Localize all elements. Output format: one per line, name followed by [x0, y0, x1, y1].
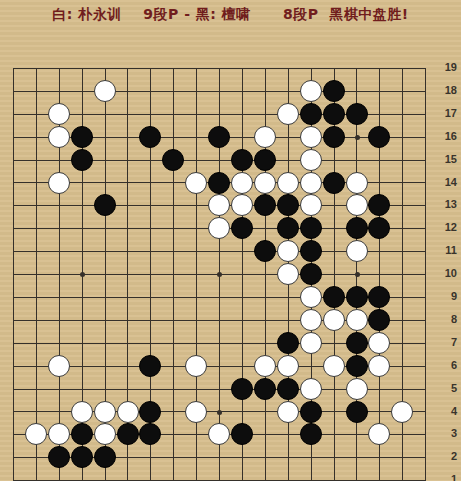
- white-stone: [277, 401, 299, 423]
- black-stone: [94, 194, 116, 216]
- white-stone: [48, 355, 70, 377]
- row-label-13: 13: [433, 198, 457, 210]
- white-stone: [25, 423, 47, 445]
- black-stone: [254, 240, 276, 262]
- white-stone: [277, 103, 299, 125]
- black-stone: [323, 172, 345, 194]
- row-label-12: 12: [433, 221, 457, 233]
- star-point: [217, 410, 222, 415]
- white-stone: [346, 194, 368, 216]
- white-stone: [391, 401, 413, 423]
- black-stone: [117, 423, 139, 445]
- white-stone: [346, 240, 368, 262]
- black-stone: [162, 149, 184, 171]
- row-label-7: 7: [433, 336, 457, 348]
- white-stone: [254, 355, 276, 377]
- white-stone: [300, 378, 322, 400]
- row-label-11: 11: [433, 244, 457, 256]
- white-stone: [300, 309, 322, 331]
- star-point: [355, 272, 360, 277]
- black-stone: [346, 401, 368, 423]
- row-label-18: 18: [433, 84, 457, 96]
- row-label-9: 9: [433, 290, 457, 302]
- black-stone: [323, 286, 345, 308]
- row-label-3: 3: [433, 427, 457, 439]
- black-stone: [139, 126, 161, 148]
- black-stone: [300, 401, 322, 423]
- black-stone: [346, 103, 368, 125]
- black-stone: [254, 194, 276, 216]
- row-label-17: 17: [433, 107, 457, 119]
- white-stone: [254, 172, 276, 194]
- white-stone: [300, 194, 322, 216]
- white-stone: [277, 240, 299, 262]
- white-stone: [208, 423, 230, 445]
- black-stone: [139, 423, 161, 445]
- black-stone: [323, 80, 345, 102]
- black-stone: [300, 103, 322, 125]
- black-stone: [71, 126, 93, 148]
- row-label-19: 19: [433, 61, 457, 73]
- white-stone: [277, 172, 299, 194]
- black-stone: [139, 355, 161, 377]
- black-stone: [300, 423, 322, 445]
- black-stone: [254, 378, 276, 400]
- game-info-header: 白: 朴永训 9段P - 黑: 檀啸 8段P 黑棋中盘胜!: [0, 0, 461, 30]
- go-board[interactable]: ABCDEFGHIJKLMNOPQRS 19181716151413121110…: [0, 30, 461, 481]
- white-stone: [323, 355, 345, 377]
- white-stone: [300, 126, 322, 148]
- black-stone: [277, 194, 299, 216]
- white-stone: [323, 309, 345, 331]
- black-stone: [323, 103, 345, 125]
- white-stone: [185, 401, 207, 423]
- black-stone: [368, 126, 390, 148]
- black-stone: [208, 172, 230, 194]
- row-label-5: 5: [433, 382, 457, 394]
- star-point: [80, 272, 85, 277]
- black-stone: [71, 149, 93, 171]
- black-stone: [346, 332, 368, 354]
- black-stone: [277, 217, 299, 239]
- game-info-text: 白: 朴永训 9段P - 黑: 檀啸 8段P 黑棋中盘胜!: [52, 6, 408, 24]
- white-stone: [185, 355, 207, 377]
- white-stone: [368, 355, 390, 377]
- black-stone: [368, 286, 390, 308]
- go-game-viewer: 白: 朴永训 9段P - 黑: 檀啸 8段P 黑棋中盘胜! ABCDEFGHIJ…: [0, 0, 461, 481]
- white-stone: [300, 149, 322, 171]
- row-label-16: 16: [433, 130, 457, 142]
- white-stone: [346, 172, 368, 194]
- white-stone: [300, 286, 322, 308]
- black-stone: [208, 126, 230, 148]
- white-stone: [300, 172, 322, 194]
- white-stone: [346, 309, 368, 331]
- white-stone: [300, 332, 322, 354]
- row-label-2: 2: [433, 450, 457, 462]
- white-stone: [185, 172, 207, 194]
- black-stone: [368, 309, 390, 331]
- white-stone: [94, 423, 116, 445]
- row-label-15: 15: [433, 153, 457, 165]
- white-stone: [94, 80, 116, 102]
- row-label-6: 6: [433, 359, 457, 371]
- black-stone: [368, 194, 390, 216]
- black-stone: [231, 149, 253, 171]
- white-stone: [254, 126, 276, 148]
- black-stone: [300, 217, 322, 239]
- star-point: [355, 135, 360, 140]
- black-stone: [231, 423, 253, 445]
- white-stone: [208, 194, 230, 216]
- white-stone: [231, 172, 253, 194]
- black-stone: [254, 149, 276, 171]
- black-stone: [368, 217, 390, 239]
- black-stone: [346, 217, 368, 239]
- star-point: [217, 272, 222, 277]
- white-stone: [71, 401, 93, 423]
- row-label-4: 4: [433, 405, 457, 417]
- white-stone: [48, 172, 70, 194]
- white-stone: [277, 355, 299, 377]
- black-stone: [323, 126, 345, 148]
- white-stone: [48, 423, 70, 445]
- black-stone: [94, 446, 116, 468]
- white-stone: [117, 401, 139, 423]
- row-label-10: 10: [433, 267, 457, 279]
- black-stone: [277, 332, 299, 354]
- black-stone: [346, 286, 368, 308]
- white-stone: [208, 217, 230, 239]
- black-stone: [71, 446, 93, 468]
- white-stone: [368, 332, 390, 354]
- white-stone: [48, 126, 70, 148]
- white-stone: [231, 194, 253, 216]
- white-stone: [94, 401, 116, 423]
- white-stone: [300, 80, 322, 102]
- black-stone: [277, 378, 299, 400]
- black-stone: [139, 401, 161, 423]
- white-stone: [277, 263, 299, 285]
- row-label-1: 1: [433, 473, 457, 481]
- white-stone: [368, 423, 390, 445]
- black-stone: [231, 378, 253, 400]
- row-label-14: 14: [433, 176, 457, 188]
- black-stone: [300, 240, 322, 262]
- black-stone: [48, 446, 70, 468]
- white-stone: [48, 103, 70, 125]
- black-stone: [71, 423, 93, 445]
- black-stone: [300, 263, 322, 285]
- black-stone: [231, 217, 253, 239]
- black-stone: [346, 355, 368, 377]
- white-stone: [346, 378, 368, 400]
- row-label-8: 8: [433, 313, 457, 325]
